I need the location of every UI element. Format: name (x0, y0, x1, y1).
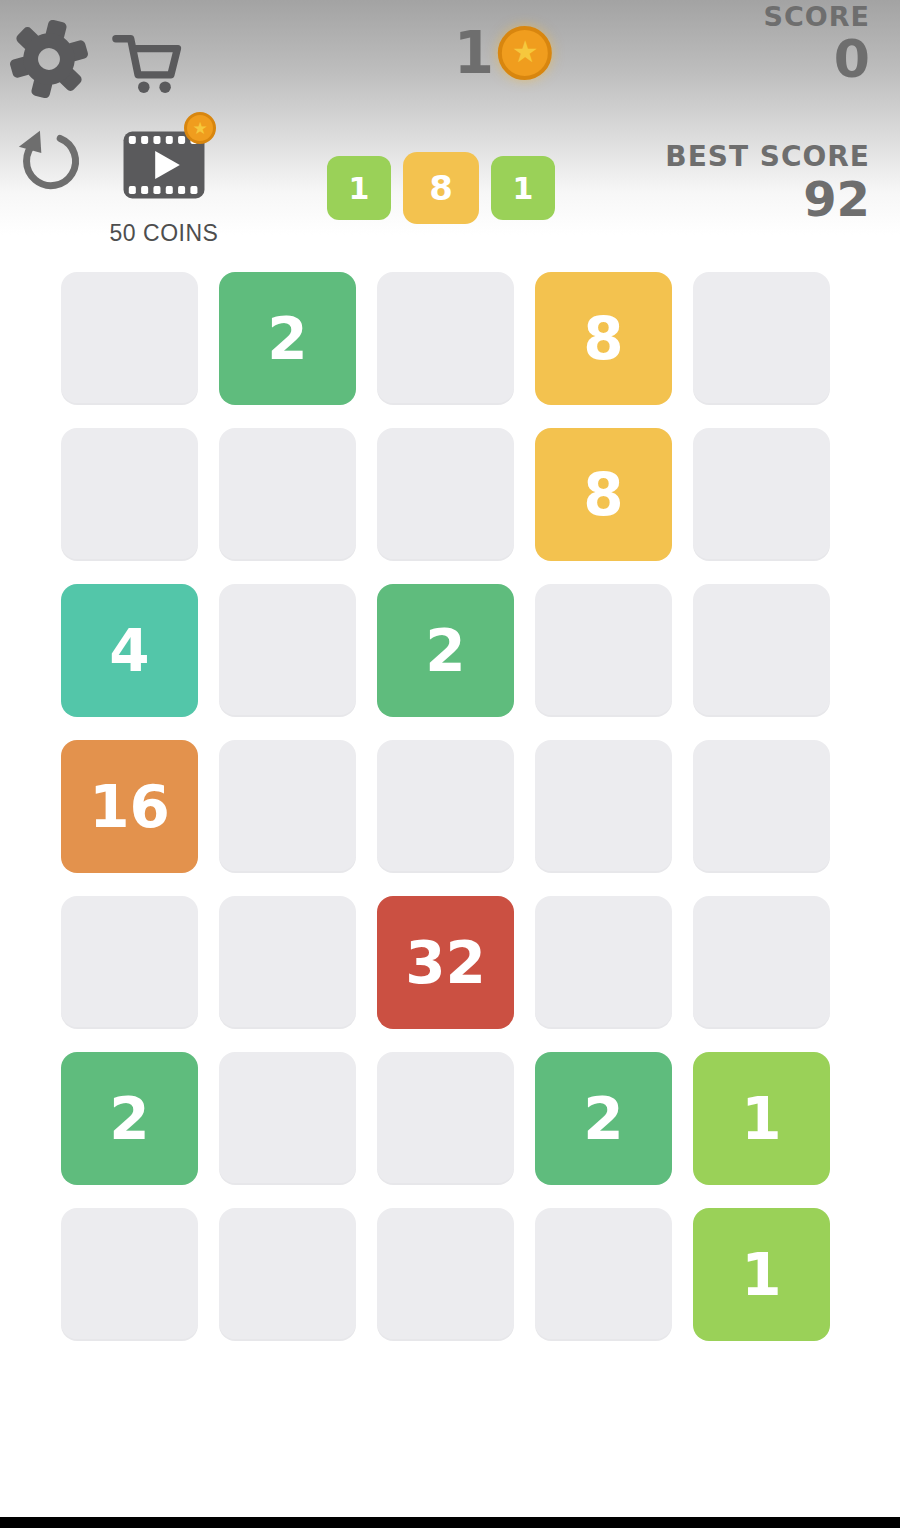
tile-32-r5c3: 32 (377, 896, 514, 1029)
tile-4-r3c1: 4 (61, 584, 198, 717)
empty-cell-r6c2 (219, 1052, 356, 1185)
ad-coin-badge-icon: ★ (184, 112, 216, 144)
empty-cell-r3c5 (693, 584, 830, 717)
coin-icon: ★ (498, 26, 552, 80)
empty-cell-r7c2 (219, 1208, 356, 1341)
queue-tile-8: 8 (403, 152, 479, 224)
shop-button[interactable] (110, 24, 194, 106)
gear-icon (10, 86, 88, 101)
empty-cell-r2c1 (61, 428, 198, 561)
best-score-label: BEST SCORE (665, 142, 870, 173)
empty-cell-r2c3 (377, 428, 514, 561)
cart-icon (110, 94, 194, 109)
empty-cell-r7c4 (535, 1208, 672, 1341)
film-icon: ★ (120, 118, 208, 212)
empty-cell-r2c5 (693, 428, 830, 561)
empty-cell-r1c1 (61, 272, 198, 405)
next-tiles-queue: 181 (327, 152, 555, 224)
empty-cell-r5c4 (535, 896, 672, 1029)
empty-cell-r1c3 (377, 272, 514, 405)
best-score-block: BEST SCORE 92 (665, 142, 870, 226)
badge-star-icon: ★ (192, 120, 207, 137)
best-score-value: 92 (665, 173, 870, 226)
tile-2-r6c1: 2 (61, 1052, 198, 1185)
tile-2-r6c4: 2 (535, 1052, 672, 1185)
score-value: 0 (764, 32, 870, 87)
empty-cell-r4c5 (693, 740, 830, 873)
empty-cell-r7c1 (61, 1208, 198, 1341)
empty-cell-r5c1 (61, 896, 198, 1029)
queue-tile-1: 1 (327, 156, 391, 220)
coin-star-icon: ★ (512, 37, 539, 67)
watch-ad-button[interactable]: ★ 50 COINS (106, 118, 222, 246)
settings-button[interactable] (10, 20, 88, 98)
game-screen: 1 ★ SCORE 0 (0, 0, 900, 1528)
coin-counter: 1 ★ (454, 24, 552, 82)
tile-2-r3c3: 2 (377, 584, 514, 717)
tile-8-r1c4: 8 (535, 272, 672, 405)
empty-cell-r5c2 (219, 896, 356, 1029)
tile-8-r2c4: 8 (535, 428, 672, 561)
tile-2-r1c2: 2 (219, 272, 356, 405)
tile-16-r4c1: 16 (61, 740, 198, 873)
empty-cell-r4c3 (377, 740, 514, 873)
board-grid[interactable]: 2884216322211 (61, 272, 830, 1341)
empty-cell-r5c5 (693, 896, 830, 1029)
empty-cell-r4c2 (219, 740, 356, 873)
empty-cell-r6c3 (377, 1052, 514, 1185)
empty-cell-r1c5 (693, 272, 830, 405)
empty-cell-r3c4 (535, 584, 672, 717)
restart-icon (14, 190, 84, 205)
restart-button[interactable] (14, 128, 84, 202)
score-block: SCORE 0 (764, 2, 870, 86)
empty-cell-r4c4 (535, 740, 672, 873)
bottom-bar (0, 1517, 900, 1528)
queue-tile-1: 1 (491, 156, 555, 220)
score-label: SCORE (764, 2, 870, 32)
empty-cell-r2c2 (219, 428, 356, 561)
empty-cell-r7c3 (377, 1208, 514, 1341)
tile-1-r6c5: 1 (693, 1052, 830, 1185)
ad-reward-label: 50 COINS (110, 220, 219, 247)
tile-1-r7c5: 1 (693, 1208, 830, 1341)
empty-cell-r3c2 (219, 584, 356, 717)
coin-count-value: 1 (454, 24, 494, 82)
